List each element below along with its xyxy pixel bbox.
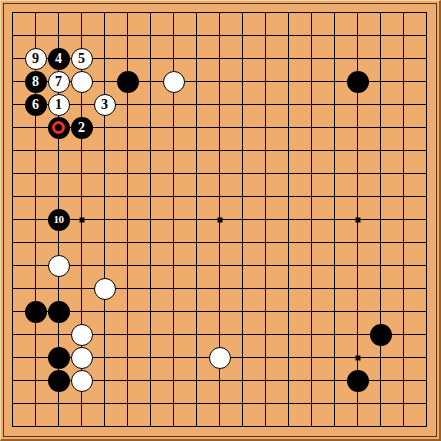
star-point bbox=[217, 217, 222, 222]
black-stone[interactable] bbox=[48, 301, 70, 323]
white-stone[interactable]: 7 bbox=[48, 71, 70, 93]
move-number: 10 bbox=[54, 214, 64, 225]
move-number: 5 bbox=[78, 52, 85, 66]
white-stone[interactable] bbox=[209, 347, 231, 369]
white-stone[interactable] bbox=[163, 71, 185, 93]
black-stone[interactable] bbox=[347, 71, 369, 93]
move-number: 6 bbox=[32, 98, 39, 112]
board-grid: 94587613210 bbox=[12, 12, 427, 427]
white-stone[interactable] bbox=[71, 370, 93, 392]
black-stone[interactable] bbox=[48, 117, 70, 139]
circle-mark-icon bbox=[52, 121, 65, 134]
white-stone[interactable] bbox=[94, 278, 116, 300]
star-point bbox=[79, 217, 84, 222]
goban-frame: 94587613210 bbox=[0, 0, 441, 441]
move-number: 2 bbox=[78, 121, 85, 135]
black-stone[interactable] bbox=[347, 370, 369, 392]
move-number: 8 bbox=[32, 75, 39, 89]
move-number: 7 bbox=[55, 75, 62, 89]
star-point bbox=[355, 217, 360, 222]
goban[interactable]: 94587613210 bbox=[3, 3, 437, 437]
black-stone[interactable] bbox=[48, 347, 70, 369]
black-stone[interactable] bbox=[25, 301, 47, 323]
white-stone[interactable]: 5 bbox=[71, 48, 93, 70]
black-stone[interactable]: 2 bbox=[71, 117, 93, 139]
black-stone[interactable]: 10 bbox=[48, 209, 70, 231]
black-stone[interactable] bbox=[117, 71, 139, 93]
white-stone[interactable]: 1 bbox=[48, 94, 70, 116]
white-stone[interactable]: 3 bbox=[94, 94, 116, 116]
move-number: 4 bbox=[55, 52, 62, 66]
white-stone[interactable] bbox=[71, 324, 93, 346]
black-stone[interactable] bbox=[370, 324, 392, 346]
black-stone[interactable]: 4 bbox=[48, 48, 70, 70]
black-stone[interactable] bbox=[48, 370, 70, 392]
white-stone[interactable] bbox=[71, 71, 93, 93]
move-number: 3 bbox=[101, 98, 108, 112]
black-stone[interactable]: 8 bbox=[25, 71, 47, 93]
white-stone[interactable]: 9 bbox=[25, 48, 47, 70]
white-stone[interactable] bbox=[48, 255, 70, 277]
move-number: 1 bbox=[55, 98, 62, 112]
move-number: 9 bbox=[32, 52, 39, 66]
black-stone[interactable]: 6 bbox=[25, 94, 47, 116]
star-point bbox=[355, 355, 360, 360]
white-stone[interactable] bbox=[71, 347, 93, 369]
